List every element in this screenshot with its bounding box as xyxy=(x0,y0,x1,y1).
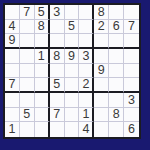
cell-r3c6[interactable] xyxy=(79,34,94,49)
cell-r2c7[interactable]: 2 xyxy=(94,20,109,35)
cell-r7c7[interactable] xyxy=(94,93,109,108)
cell-r9c2[interactable] xyxy=(20,122,35,137)
cell-r5c9[interactable] xyxy=(124,64,139,79)
cell-r3c3[interactable] xyxy=(35,34,50,49)
cell-r3c5[interactable] xyxy=(65,34,80,49)
cell-r5c2[interactable] xyxy=(20,64,35,79)
cell-r6c7[interactable] xyxy=(94,78,109,93)
cell-r1c6[interactable] xyxy=(79,5,94,20)
cell-r5c4[interactable] xyxy=(50,64,65,79)
cell-r2c9[interactable]: 7 xyxy=(124,20,139,35)
cell-r7c4[interactable] xyxy=(50,93,65,108)
cell-r9c5[interactable] xyxy=(65,122,80,137)
cell-r3c7[interactable] xyxy=(94,34,109,49)
cell-r6c3[interactable] xyxy=(35,78,50,93)
cell-r9c9[interactable]: 6 xyxy=(124,122,139,137)
cell-r4c9[interactable] xyxy=(124,49,139,64)
cell-r4c6[interactable]: 3 xyxy=(79,49,94,64)
cell-r6c9[interactable] xyxy=(124,78,139,93)
cell-r6c1[interactable]: 7 xyxy=(5,78,20,93)
cell-r9c7[interactable] xyxy=(94,122,109,137)
cell-r3c8[interactable] xyxy=(109,34,124,49)
cell-r8c8[interactable]: 8 xyxy=(109,108,124,123)
cell-r2c2[interactable] xyxy=(20,20,35,35)
cell-r4c3[interactable]: 1 xyxy=(35,49,50,64)
cell-r2c4[interactable] xyxy=(50,20,65,35)
cell-r5c3[interactable] xyxy=(35,64,50,79)
cell-r3c4[interactable] xyxy=(50,34,65,49)
cell-r1c7[interactable]: 8 xyxy=(94,5,109,20)
cell-r7c6[interactable] xyxy=(79,93,94,108)
cell-r8c4[interactable]: 7 xyxy=(50,108,65,123)
cell-r1c2[interactable]: 7 xyxy=(20,5,35,20)
cell-r4c7[interactable] xyxy=(94,49,109,64)
cell-r3c1[interactable]: 9 xyxy=(5,34,20,49)
cell-r1c9[interactable] xyxy=(124,5,139,20)
cell-r4c5[interactable]: 9 xyxy=(65,49,80,64)
cell-r3c2[interactable] xyxy=(20,34,35,49)
cell-r4c8[interactable] xyxy=(109,49,124,64)
cell-r2c6[interactable] xyxy=(79,20,94,35)
cell-r9c4[interactable] xyxy=(50,122,65,137)
cell-r8c5[interactable] xyxy=(65,108,80,123)
cell-r8c2[interactable]: 5 xyxy=(20,108,35,123)
cell-r8c6[interactable]: 1 xyxy=(79,108,94,123)
cell-r6c5[interactable] xyxy=(65,78,80,93)
cell-r4c4[interactable]: 8 xyxy=(50,49,65,64)
sudoku-board: 753848526791893975235718146 xyxy=(3,3,141,139)
cell-r6c2[interactable] xyxy=(20,78,35,93)
cell-r7c9[interactable]: 3 xyxy=(124,93,139,108)
cell-r8c1[interactable] xyxy=(5,108,20,123)
cell-r9c3[interactable] xyxy=(35,122,50,137)
cell-r1c3[interactable]: 5 xyxy=(35,5,50,20)
cell-r7c2[interactable] xyxy=(20,93,35,108)
cell-r1c5[interactable] xyxy=(65,5,80,20)
cell-r2c5[interactable]: 5 xyxy=(65,20,80,35)
cell-r2c8[interactable]: 6 xyxy=(109,20,124,35)
cell-r8c7[interactable] xyxy=(94,108,109,123)
cell-r1c1[interactable] xyxy=(5,5,20,20)
cell-r8c3[interactable] xyxy=(35,108,50,123)
cell-r4c2[interactable] xyxy=(20,49,35,64)
cell-r6c8[interactable] xyxy=(109,78,124,93)
cell-r8c9[interactable] xyxy=(124,108,139,123)
cell-r5c6[interactable] xyxy=(79,64,94,79)
cell-r7c3[interactable] xyxy=(35,93,50,108)
cell-r6c4[interactable]: 5 xyxy=(50,78,65,93)
cell-r4c1[interactable] xyxy=(5,49,20,64)
cell-r1c4[interactable]: 3 xyxy=(50,5,65,20)
cell-r3c9[interactable] xyxy=(124,34,139,49)
cell-r2c3[interactable]: 8 xyxy=(35,20,50,35)
cell-r1c8[interactable] xyxy=(109,5,124,20)
cell-r6c6[interactable]: 2 xyxy=(79,78,94,93)
cell-r5c8[interactable] xyxy=(109,64,124,79)
cell-r7c5[interactable] xyxy=(65,93,80,108)
cell-r5c7[interactable]: 9 xyxy=(94,64,109,79)
cell-r9c6[interactable]: 4 xyxy=(79,122,94,137)
cell-r5c5[interactable] xyxy=(65,64,80,79)
cell-r2c1[interactable]: 4 xyxy=(5,20,20,35)
cell-r7c8[interactable] xyxy=(109,93,124,108)
cell-r7c1[interactable] xyxy=(5,93,20,108)
cell-r5c1[interactable] xyxy=(5,64,20,79)
cell-r9c1[interactable]: 1 xyxy=(5,122,20,137)
cell-r9c8[interactable] xyxy=(109,122,124,137)
